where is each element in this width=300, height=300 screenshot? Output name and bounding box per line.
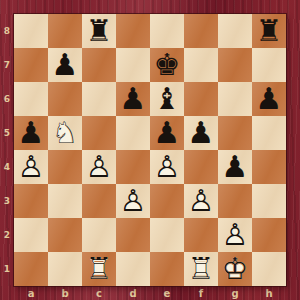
- square-c2[interactable]: [82, 218, 116, 252]
- square-b2[interactable]: [48, 218, 82, 252]
- rank-label-3: 3: [0, 184, 14, 218]
- square-f2[interactable]: [184, 218, 218, 252]
- black-pawn: ♟: [252, 82, 286, 116]
- square-e7[interactable]: ♚: [150, 48, 184, 82]
- square-d5[interactable]: [116, 116, 150, 150]
- black-king: ♚: [150, 48, 184, 82]
- square-c7[interactable]: [82, 48, 116, 82]
- square-c4[interactable]: ♟♙: [82, 150, 116, 184]
- square-g6[interactable]: [218, 82, 252, 116]
- square-g4[interactable]: ♟: [218, 150, 252, 184]
- white-rook: ♜♖: [184, 252, 218, 286]
- square-h7[interactable]: [252, 48, 286, 82]
- rank-label-5: 5: [0, 116, 14, 150]
- square-e5[interactable]: ♟: [150, 116, 184, 150]
- square-h8[interactable]: ♜: [252, 14, 286, 48]
- black-rook: ♜: [82, 14, 116, 48]
- square-g7[interactable]: [218, 48, 252, 82]
- rank-label-4: 4: [0, 150, 14, 184]
- square-a2[interactable]: [14, 218, 48, 252]
- file-label-b: b: [48, 286, 82, 300]
- square-h5[interactable]: [252, 116, 286, 150]
- square-d6[interactable]: ♟: [116, 82, 150, 116]
- rank-labels: 87654321: [0, 14, 14, 286]
- square-e3[interactable]: [150, 184, 184, 218]
- square-c1[interactable]: ♜♖: [82, 252, 116, 286]
- square-d4[interactable]: [116, 150, 150, 184]
- square-f8[interactable]: [184, 14, 218, 48]
- square-a4[interactable]: ♟♙: [14, 150, 48, 184]
- white-rook: ♜♖: [82, 252, 116, 286]
- white-knight: ♞♘: [48, 116, 82, 150]
- square-h6[interactable]: ♟: [252, 82, 286, 116]
- square-h1[interactable]: [252, 252, 286, 286]
- square-a6[interactable]: [14, 82, 48, 116]
- square-b5[interactable]: ♞♘: [48, 116, 82, 150]
- square-b7[interactable]: ♟: [48, 48, 82, 82]
- square-c3[interactable]: [82, 184, 116, 218]
- black-pawn: ♟: [48, 48, 82, 82]
- square-h4[interactable]: [252, 150, 286, 184]
- black-pawn: ♟: [150, 116, 184, 150]
- square-e6[interactable]: ♝: [150, 82, 184, 116]
- black-bishop: ♝: [150, 82, 184, 116]
- square-a1[interactable]: [14, 252, 48, 286]
- rank-label-2: 2: [0, 218, 14, 252]
- square-g2[interactable]: ♟♙: [218, 218, 252, 252]
- square-e4[interactable]: ♟♙: [150, 150, 184, 184]
- file-label-f: f: [184, 286, 218, 300]
- black-pawn: ♟: [184, 116, 218, 150]
- white-pawn: ♟♙: [184, 184, 218, 218]
- rank-label-8: 8: [0, 14, 14, 48]
- square-d2[interactable]: [116, 218, 150, 252]
- square-b6[interactable]: [48, 82, 82, 116]
- square-c6[interactable]: [82, 82, 116, 116]
- file-label-c: c: [82, 286, 116, 300]
- chessboard-frame: 87654321 abcdefgh ♜♜♟♚♟♝♟♟♞♘♟♟♟♙♟♙♟♙♟♟♙♟…: [0, 0, 300, 300]
- white-pawn: ♟♙: [116, 184, 150, 218]
- black-pawn: ♟: [218, 150, 252, 184]
- square-a7[interactable]: [14, 48, 48, 82]
- square-b4[interactable]: [48, 150, 82, 184]
- square-h2[interactable]: [252, 218, 286, 252]
- square-h3[interactable]: [252, 184, 286, 218]
- file-label-e: e: [150, 286, 184, 300]
- square-d1[interactable]: [116, 252, 150, 286]
- square-d7[interactable]: [116, 48, 150, 82]
- square-b1[interactable]: [48, 252, 82, 286]
- rank-label-6: 6: [0, 82, 14, 116]
- square-f7[interactable]: [184, 48, 218, 82]
- white-pawn: ♟♙: [150, 150, 184, 184]
- board-grid: ♜♜♟♚♟♝♟♟♞♘♟♟♟♙♟♙♟♙♟♟♙♟♙♟♙♜♖♜♖♚♔: [14, 14, 286, 286]
- square-g1[interactable]: ♚♔: [218, 252, 252, 286]
- square-b8[interactable]: [48, 14, 82, 48]
- square-e1[interactable]: [150, 252, 184, 286]
- square-d8[interactable]: [116, 14, 150, 48]
- square-a3[interactable]: [14, 184, 48, 218]
- square-b3[interactable]: [48, 184, 82, 218]
- rank-label-1: 1: [0, 252, 14, 286]
- square-f6[interactable]: [184, 82, 218, 116]
- black-rook: ♜: [252, 14, 286, 48]
- white-pawn: ♟♙: [82, 150, 116, 184]
- square-e8[interactable]: [150, 14, 184, 48]
- square-c8[interactable]: ♜: [82, 14, 116, 48]
- rank-label-7: 7: [0, 48, 14, 82]
- square-e2[interactable]: [150, 218, 184, 252]
- square-g3[interactable]: [218, 184, 252, 218]
- square-a8[interactable]: [14, 14, 48, 48]
- black-pawn: ♟: [116, 82, 150, 116]
- file-label-g: g: [218, 286, 252, 300]
- black-pawn: ♟: [14, 116, 48, 150]
- square-a5[interactable]: ♟: [14, 116, 48, 150]
- square-d3[interactable]: ♟♙: [116, 184, 150, 218]
- white-king: ♚♔: [218, 252, 252, 286]
- white-pawn: ♟♙: [218, 218, 252, 252]
- square-g5[interactable]: [218, 116, 252, 150]
- file-label-h: h: [252, 286, 286, 300]
- square-f3[interactable]: ♟♙: [184, 184, 218, 218]
- square-c5[interactable]: [82, 116, 116, 150]
- file-label-d: d: [116, 286, 150, 300]
- file-label-a: a: [14, 286, 48, 300]
- square-f1[interactable]: ♜♖: [184, 252, 218, 286]
- square-g8[interactable]: [218, 14, 252, 48]
- file-labels: abcdefgh: [14, 286, 286, 300]
- square-f5[interactable]: ♟: [184, 116, 218, 150]
- square-f4[interactable]: [184, 150, 218, 184]
- white-pawn: ♟♙: [14, 150, 48, 184]
